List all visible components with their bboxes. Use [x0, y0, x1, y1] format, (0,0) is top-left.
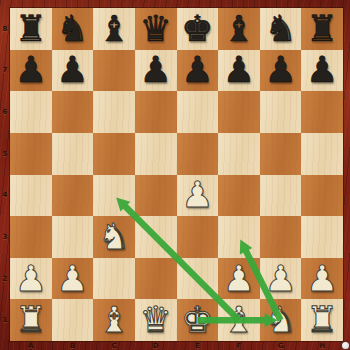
piece-bN-b8[interactable]: ♞	[56, 11, 88, 47]
square-c4[interactable]	[93, 175, 135, 217]
square-h5[interactable]	[301, 133, 343, 175]
file-label-h: H	[301, 341, 343, 350]
square-h4[interactable]	[301, 175, 343, 217]
rank-label-3: 3	[0, 216, 10, 258]
piece-bP-b7[interactable]: ♟	[56, 52, 88, 88]
square-a7[interactable]: ♟	[10, 50, 52, 92]
file-label-d: D	[135, 341, 177, 350]
square-b6[interactable]	[52, 91, 94, 133]
square-h7[interactable]: ♟	[301, 50, 343, 92]
square-a1[interactable]: ♜	[10, 299, 52, 341]
square-b4[interactable]	[52, 175, 94, 217]
square-e5[interactable]	[177, 133, 219, 175]
piece-bK-e8[interactable]: ♚	[181, 11, 213, 47]
piece-wN-g1[interactable]: ♞	[264, 302, 296, 338]
file-label-a: A	[10, 341, 52, 350]
file-label-g: G	[260, 341, 302, 350]
piece-bR-a8[interactable]: ♜	[15, 11, 47, 47]
piece-wN-c3[interactable]: ♞	[98, 219, 130, 255]
square-e6[interactable]	[177, 91, 219, 133]
square-b3[interactable]	[52, 216, 94, 258]
square-b7[interactable]: ♟	[52, 50, 94, 92]
square-d4[interactable]	[135, 175, 177, 217]
rank-label-4: 4	[0, 175, 10, 217]
piece-wB-c1[interactable]: ♝	[98, 302, 130, 338]
square-c5[interactable]	[93, 133, 135, 175]
square-g8[interactable]: ♞	[260, 8, 302, 50]
piece-bP-f7[interactable]: ♟	[223, 52, 255, 88]
square-a2[interactable]: ♟	[10, 258, 52, 300]
square-c1[interactable]: ♝	[93, 299, 135, 341]
square-d2[interactable]	[135, 258, 177, 300]
piece-wR-a1[interactable]: ♜	[15, 302, 47, 338]
piece-wP-f2[interactable]: ♟	[223, 261, 255, 297]
piece-bN-g8[interactable]: ♞	[264, 11, 296, 47]
square-f1[interactable]: ♝	[218, 299, 260, 341]
piece-bQ-d8[interactable]: ♛	[140, 11, 172, 47]
square-b5[interactable]	[52, 133, 94, 175]
piece-bP-g7[interactable]: ♟	[264, 52, 296, 88]
square-a5[interactable]	[10, 133, 52, 175]
square-h3[interactable]	[301, 216, 343, 258]
file-label-e: E	[177, 341, 219, 350]
square-h1[interactable]: ♜	[301, 299, 343, 341]
square-h6[interactable]	[301, 91, 343, 133]
piece-bB-f8[interactable]: ♝	[223, 11, 255, 47]
square-f8[interactable]: ♝	[218, 8, 260, 50]
file-label-b: B	[52, 341, 94, 350]
square-d3[interactable]	[135, 216, 177, 258]
square-d7[interactable]: ♟	[135, 50, 177, 92]
square-b1[interactable]	[52, 299, 94, 341]
piece-bP-d7[interactable]: ♟	[140, 52, 172, 88]
piece-wB-f1[interactable]: ♝	[223, 302, 255, 338]
square-f3[interactable]	[218, 216, 260, 258]
square-c2[interactable]	[93, 258, 135, 300]
rank-label-2: 2	[0, 258, 10, 300]
square-a6[interactable]	[10, 91, 52, 133]
piece-bP-a7[interactable]: ♟	[15, 52, 47, 88]
rank-label-7: 7	[0, 50, 10, 92]
square-h8[interactable]: ♜	[301, 8, 343, 50]
square-e4[interactable]: ♟	[177, 175, 219, 217]
rank-label-6: 6	[0, 91, 10, 133]
rank-label-1: 1	[0, 299, 10, 341]
square-a8[interactable]: ♜	[10, 8, 52, 50]
square-d1[interactable]: ♛	[135, 299, 177, 341]
square-e7[interactable]: ♟	[177, 50, 219, 92]
piece-bR-h8[interactable]: ♜	[306, 11, 338, 47]
square-g7[interactable]: ♟	[260, 50, 302, 92]
piece-wP-g2[interactable]: ♟	[264, 261, 296, 297]
piece-wK-e1[interactable]: ♚	[181, 302, 213, 338]
rank-label-5: 5	[0, 133, 10, 175]
piece-wQ-d1[interactable]: ♛	[140, 302, 172, 338]
square-a3[interactable]	[10, 216, 52, 258]
square-f2[interactable]: ♟	[218, 258, 260, 300]
rank-labels: 87654321	[0, 8, 10, 341]
square-d6[interactable]	[135, 91, 177, 133]
square-c6[interactable]	[93, 91, 135, 133]
square-d8[interactable]: ♛	[135, 8, 177, 50]
square-f5[interactable]	[218, 133, 260, 175]
square-b2[interactable]: ♟	[52, 258, 94, 300]
rank-label-8: 8	[0, 8, 10, 50]
piece-wP-b2[interactable]: ♟	[56, 261, 88, 297]
square-g5[interactable]	[260, 133, 302, 175]
square-e3[interactable]	[177, 216, 219, 258]
square-c3[interactable]: ♞	[93, 216, 135, 258]
square-g1[interactable]: ♞	[260, 299, 302, 341]
file-labels: ABCDEFGH	[10, 341, 343, 350]
square-a4[interactable]	[10, 175, 52, 217]
square-f7[interactable]: ♟	[218, 50, 260, 92]
square-e8[interactable]: ♚	[177, 8, 219, 50]
square-e2[interactable]	[177, 258, 219, 300]
piece-bP-h7[interactable]: ♟	[306, 52, 338, 88]
file-label-f: F	[218, 341, 260, 350]
square-h2[interactable]: ♟	[301, 258, 343, 300]
square-f4[interactable]	[218, 175, 260, 217]
square-c8[interactable]: ♝	[93, 8, 135, 50]
piece-bP-e7[interactable]: ♟	[181, 52, 213, 88]
chess-board-widget: 87654321 ABCDEFGH ♜♞♝♛♚♝♞♜♟♟♟♟♟♟♟♟♞♟♟♟♟♟…	[0, 0, 350, 350]
piece-wP-a2[interactable]: ♟	[15, 261, 47, 297]
square-c7[interactable]	[93, 50, 135, 92]
piece-bB-c8[interactable]: ♝	[98, 11, 130, 47]
square-b8[interactable]: ♞	[52, 8, 94, 50]
square-d5[interactable]	[135, 133, 177, 175]
turn-indicator-white	[342, 342, 349, 349]
file-label-c: C	[93, 341, 135, 350]
square-g6[interactable]	[260, 91, 302, 133]
square-e1[interactable]: ♚	[177, 299, 219, 341]
piece-wP-h2[interactable]: ♟	[306, 261, 338, 297]
square-g2[interactable]: ♟	[260, 258, 302, 300]
square-g4[interactable]	[260, 175, 302, 217]
piece-wR-h1[interactable]: ♜	[306, 302, 338, 338]
square-f6[interactable]	[218, 91, 260, 133]
square-g3[interactable]	[260, 216, 302, 258]
board: ♜♞♝♛♚♝♞♜♟♟♟♟♟♟♟♟♞♟♟♟♟♟♜♝♛♚♝♞♜	[10, 8, 343, 341]
piece-wP-e4[interactable]: ♟	[181, 177, 213, 213]
